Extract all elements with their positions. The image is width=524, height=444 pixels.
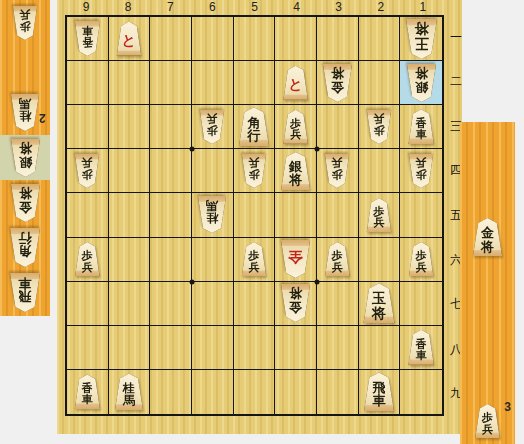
sente-hand-slot-rook	[460, 122, 515, 168]
file-labels: 987654321	[65, 0, 444, 15]
piece-kanji: 角行	[238, 107, 270, 146]
piece-kanji: 飛車	[363, 372, 395, 411]
square-16[interactable]: 歩兵	[400, 238, 442, 282]
file-label: 5	[233, 0, 275, 15]
piece-gote-pawn[interactable]: 歩兵	[366, 110, 392, 144]
gote-hand-slot-gold[interactable]: 金将	[0, 180, 50, 225]
piece-kanji: 歩兵	[408, 242, 434, 276]
square-78[interactable]	[150, 326, 192, 370]
square-87[interactable]	[109, 282, 151, 326]
square-52[interactable]	[234, 61, 276, 105]
piece-kanji: 玉将	[362, 283, 395, 323]
square-24[interactable]	[359, 149, 401, 193]
square-39[interactable]	[317, 370, 359, 414]
square-72[interactable]	[150, 61, 192, 105]
square-38[interactable]	[317, 326, 359, 370]
sente-hand-slot-silver	[460, 260, 515, 306]
piece-gote-gold[interactable]: 金将	[322, 64, 353, 102]
board-grid: 香車と王将と金将銀将歩兵角行歩兵歩兵香車歩兵歩兵銀将歩兵歩兵桂馬歩兵歩兵歩兵全歩…	[65, 15, 444, 416]
square-55[interactable]	[234, 193, 276, 237]
square-79[interactable]	[150, 370, 192, 414]
gote-hand-slot-lance	[0, 45, 50, 90]
square-51[interactable]	[234, 17, 276, 61]
piece-sente-bishop[interactable]: 角行	[238, 107, 270, 146]
piece-kanji: 歩兵	[475, 404, 501, 438]
gote-hand-slot-rook[interactable]: 飛車	[0, 270, 50, 315]
square-82[interactable]	[109, 61, 151, 105]
piece-gote-pawn[interactable]: 歩兵	[324, 154, 350, 188]
sente-hand-slot-knight	[460, 306, 515, 352]
square-14[interactable]: 歩兵	[400, 149, 442, 193]
file-label: 7	[149, 0, 191, 15]
square-69[interactable]	[192, 370, 234, 414]
piece-kanji: と	[116, 22, 142, 56]
square-48[interactable]	[275, 326, 317, 370]
piece-sente-pawn[interactable]: 歩兵	[324, 242, 350, 276]
square-26[interactable]	[359, 238, 401, 282]
piece-kanji: 歩兵	[324, 242, 350, 276]
piece-gote-silver[interactable]: 銀将	[406, 64, 437, 102]
piece-kanji: 桂馬	[197, 196, 227, 233]
square-95[interactable]	[67, 193, 109, 237]
square-11[interactable]: 王将	[400, 17, 442, 61]
square-81[interactable]: と	[109, 17, 151, 61]
square-58[interactable]	[234, 326, 276, 370]
piece-sente-tokin[interactable]: と	[283, 66, 309, 100]
square-47[interactable]: 金将	[275, 282, 317, 326]
star-point	[315, 279, 320, 284]
square-62[interactable]	[192, 61, 234, 105]
piece-sente-lance[interactable]: 香車	[408, 330, 435, 365]
file-label: 3	[318, 0, 360, 15]
square-57[interactable]	[234, 282, 276, 326]
square-98[interactable]	[67, 326, 109, 370]
sente-hand-slot-pawn[interactable]: 歩兵3	[460, 398, 515, 444]
rank-label: 二	[447, 60, 465, 105]
captured-count: 2	[39, 112, 46, 124]
piece-sente-rook[interactable]: 飛車	[363, 372, 395, 411]
file-label: 8	[107, 0, 149, 15]
piece-gote-gold[interactable]: 金将	[280, 284, 311, 322]
square-28[interactable]	[359, 326, 401, 370]
piece-sente-tokin[interactable]: と	[116, 22, 142, 56]
piece-kanji: 歩兵	[12, 6, 38, 40]
piece-kanji: 香車	[74, 374, 101, 409]
piece-sente-pawn[interactable]: 歩兵	[475, 404, 501, 438]
square-71[interactable]	[150, 17, 192, 61]
piece-kanji: 歩兵	[74, 242, 100, 276]
square-42[interactable]: と	[275, 61, 317, 105]
file-label: 9	[65, 0, 107, 15]
piece-kanji: 歩兵	[199, 110, 225, 144]
piece-kanji: 歩兵	[324, 154, 350, 188]
square-31[interactable]	[317, 17, 359, 61]
piece-sente-pawn[interactable]: 歩兵	[74, 242, 100, 276]
gote-hand-slot-bishop[interactable]: 角行	[0, 225, 50, 270]
piece-gote-pawn[interactable]: 歩兵	[12, 6, 38, 40]
piece-kanji: 金将	[280, 284, 311, 322]
square-97[interactable]	[67, 282, 109, 326]
piece-gote-silver[interactable]: 銀将	[10, 139, 41, 177]
square-36[interactable]: 歩兵	[317, 238, 359, 282]
captured-count: 3	[504, 401, 511, 413]
star-point	[189, 147, 194, 152]
square-88[interactable]	[109, 326, 151, 370]
piece-kanji: 桂馬	[114, 373, 144, 410]
square-54[interactable]: 歩兵	[234, 149, 276, 193]
square-92[interactable]	[67, 61, 109, 105]
square-63[interactable]: 歩兵	[192, 105, 234, 149]
square-19[interactable]	[400, 370, 442, 414]
square-17[interactable]	[400, 282, 442, 326]
square-25[interactable]: 歩兵	[359, 193, 401, 237]
piece-gote-bishop[interactable]: 角行	[9, 228, 41, 267]
square-49[interactable]	[275, 370, 317, 414]
piece-kanji: 歩兵	[283, 110, 309, 144]
piece-gote-pawn[interactable]: 歩兵	[199, 110, 225, 144]
square-99[interactable]: 香車	[67, 370, 109, 414]
piece-kanji: 飛車	[9, 273, 41, 312]
gote-hand-slot-silver[interactable]: 銀将	[0, 135, 50, 180]
piece-kanji: 銀将	[406, 64, 437, 102]
square-86[interactable]	[109, 238, 151, 282]
piece-kanji: 金将	[472, 218, 503, 256]
piece-kanji: 歩兵	[74, 154, 100, 188]
sente-hand-slot-gold[interactable]: 金将	[460, 214, 515, 260]
piece-kanji: 歩兵	[241, 242, 267, 276]
square-59[interactable]	[234, 370, 276, 414]
piece-kanji: 歩兵	[366, 198, 392, 232]
piece-sente-king[interactable]: 玉将	[362, 283, 395, 323]
square-18[interactable]: 香車	[400, 326, 442, 370]
piece-sente-knight[interactable]: 桂馬	[114, 373, 144, 410]
square-75[interactable]	[150, 193, 192, 237]
piece-kanji: 香車	[408, 330, 435, 365]
piece-gote-lance[interactable]: 香車	[74, 21, 101, 56]
square-37[interactable]	[317, 282, 359, 326]
star-point	[189, 279, 194, 284]
piece-kanji: 全	[280, 240, 311, 278]
square-27[interactable]: 玉将	[359, 282, 401, 326]
piece-kanji: 金将	[322, 64, 353, 102]
square-68[interactable]	[192, 326, 234, 370]
piece-kanji: 桂馬	[10, 94, 40, 131]
square-61[interactable]	[192, 17, 234, 61]
piece-gote-pawn[interactable]: 歩兵	[241, 154, 267, 188]
square-13[interactable]: 香車	[400, 105, 442, 149]
piece-sente-pawn[interactable]: 歩兵	[241, 242, 267, 276]
square-12[interactable]: 銀将	[400, 61, 442, 105]
sente-captured-tray: 金将歩兵3	[460, 122, 515, 444]
piece-kanji: 歩兵	[408, 154, 434, 188]
square-65[interactable]: 桂馬	[192, 193, 234, 237]
piece-kanji: 香車	[408, 109, 435, 144]
star-point	[315, 147, 320, 152]
piece-gote-promoted-silver[interactable]: 全	[280, 240, 311, 278]
gote-hand-slot-pawn[interactable]: 歩兵	[0, 0, 50, 45]
gote-hand-slot-knight[interactable]: 桂馬2	[0, 90, 50, 135]
square-41[interactable]	[275, 17, 317, 61]
square-43[interactable]: 歩兵	[275, 105, 317, 149]
square-94[interactable]: 歩兵	[67, 149, 109, 193]
shogi-board: 987654321 香車と王将と金将銀将歩兵角行歩兵歩兵香車歩兵歩兵銀将歩兵歩兵…	[57, 0, 462, 434]
piece-sente-gold[interactable]: 金将	[472, 218, 503, 256]
sente-hand-slot-lance	[460, 352, 515, 398]
piece-kanji: 香車	[74, 21, 101, 56]
piece-kanji: 銀将	[10, 139, 41, 177]
square-45[interactable]	[275, 193, 317, 237]
square-34[interactable]: 歩兵	[317, 149, 359, 193]
square-56[interactable]: 歩兵	[234, 238, 276, 282]
square-22[interactable]	[359, 61, 401, 105]
piece-gote-pawn[interactable]: 歩兵	[408, 154, 434, 188]
shogi-app: 歩兵桂馬2銀将金将角行飛車 987654321 香車と王将と金将銀将歩兵角行歩兵…	[0, 0, 524, 444]
sente-hand-slot-bishop	[460, 168, 515, 214]
piece-kanji: 銀将	[280, 152, 311, 190]
file-label: 4	[276, 0, 318, 15]
square-93[interactable]	[67, 105, 109, 149]
square-64[interactable]	[192, 149, 234, 193]
piece-gote-knight[interactable]: 桂馬	[197, 196, 227, 233]
square-91[interactable]: 香車	[67, 17, 109, 61]
piece-sente-silver[interactable]: 銀将	[280, 152, 311, 190]
piece-kanji: 金将	[10, 184, 41, 222]
square-85[interactable]	[109, 193, 151, 237]
piece-kanji: 角行	[9, 228, 41, 267]
gote-captured-tray: 歩兵桂馬2銀将金将角行飛車	[0, 0, 50, 316]
square-44[interactable]: 銀将	[275, 149, 317, 193]
square-83[interactable]	[109, 105, 151, 149]
square-21[interactable]	[359, 17, 401, 61]
piece-kanji: 歩兵	[241, 154, 267, 188]
square-67[interactable]	[192, 282, 234, 326]
piece-kanji: 王将	[405, 19, 438, 59]
file-label: 1	[402, 0, 444, 15]
square-96[interactable]: 歩兵	[67, 238, 109, 282]
square-73[interactable]	[150, 105, 192, 149]
square-33[interactable]	[317, 105, 359, 149]
square-89[interactable]: 桂馬	[109, 370, 151, 414]
square-46[interactable]: 全	[275, 238, 317, 282]
file-label: 2	[360, 0, 402, 15]
piece-sente-lance[interactable]: 香車	[74, 374, 101, 409]
square-23[interactable]: 歩兵	[359, 105, 401, 149]
square-15[interactable]	[400, 193, 442, 237]
piece-gote-king[interactable]: 王将	[405, 19, 438, 59]
file-label: 6	[191, 0, 233, 15]
piece-sente-pawn[interactable]: 歩兵	[366, 198, 392, 232]
square-76[interactable]	[150, 238, 192, 282]
piece-kanji: 歩兵	[366, 110, 392, 144]
square-77[interactable]	[150, 282, 192, 326]
piece-sente-pawn[interactable]: 歩兵	[283, 110, 309, 144]
piece-gote-pawn[interactable]: 歩兵	[74, 154, 100, 188]
square-66[interactable]	[192, 238, 234, 282]
piece-sente-pawn[interactable]: 歩兵	[408, 242, 434, 276]
square-35[interactable]	[317, 193, 359, 237]
piece-gote-rook[interactable]: 飛車	[9, 273, 41, 312]
piece-gote-gold[interactable]: 金将	[10, 184, 41, 222]
piece-sente-lance[interactable]: 香車	[408, 109, 435, 144]
square-84[interactable]	[109, 149, 151, 193]
square-29[interactable]: 飛車	[359, 370, 401, 414]
square-53[interactable]: 角行	[234, 105, 276, 149]
piece-kanji: と	[283, 66, 309, 100]
piece-gote-knight[interactable]: 桂馬	[10, 94, 40, 131]
rank-label: 一	[447, 15, 465, 60]
square-74[interactable]	[150, 149, 192, 193]
square-32[interactable]: 金将	[317, 61, 359, 105]
